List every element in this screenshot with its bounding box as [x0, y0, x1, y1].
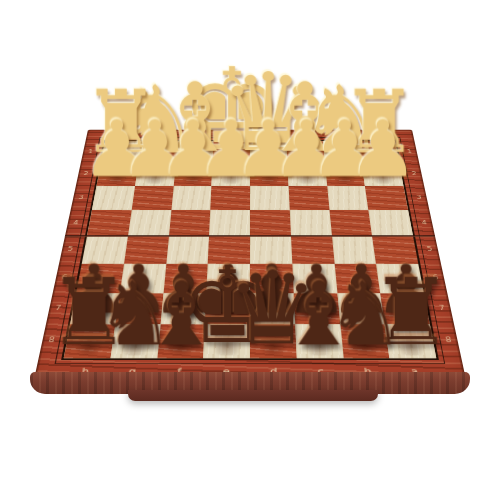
piece-black-bishop[interactable]: ♝: [142, 270, 221, 358]
square-h3[interactable]: [92, 186, 135, 210]
square-f4[interactable]: [169, 210, 211, 236]
rank-label-right-3: 3: [413, 195, 426, 200]
square-c4[interactable]: [290, 210, 332, 236]
square-b3[interactable]: [327, 186, 369, 210]
square-b4[interactable]: [329, 210, 372, 236]
square-a3[interactable]: [365, 186, 408, 210]
rank-label-left-3: 3: [75, 195, 88, 200]
square-f3[interactable]: [171, 186, 212, 210]
playfield: ♜♞♝♚♛♝♞♜♟♟♟♟♟♟♟♟♟♟♟♟♟♟♟♟♜♞♝♚♛♝♞♜: [61, 140, 439, 360]
rank-label-right-2: 2: [408, 171, 420, 176]
square-h4[interactable]: [87, 210, 131, 236]
rank-label-right-1: 1: [404, 149, 416, 154]
chess-board: ♜♞♝♚♛♝♞♜♟♟♟♟♟♟♟♟♟♟♟♟♟♟♟♟♜♞♝♚♛♝♞♜ hgfedcb…: [34, 130, 465, 378]
rank-label-left-4: 4: [69, 220, 82, 226]
square-e3[interactable]: [210, 186, 250, 210]
square-f8[interactable]: ♝: [157, 324, 205, 358]
square-g3[interactable]: [131, 186, 173, 210]
rank-label-left-2: 2: [80, 171, 92, 176]
square-b8[interactable]: ♞: [340, 324, 390, 358]
square-a4[interactable]: [369, 210, 413, 236]
square-c3[interactable]: [288, 186, 329, 210]
rank-label-left-1: 1: [85, 149, 97, 154]
piece-black-knight[interactable]: ♞: [325, 270, 404, 358]
rank-label-right-4: 4: [418, 220, 431, 226]
square-g4[interactable]: [128, 210, 171, 236]
product-photo-scene: ♜♞♝♚♛♝♞♜♟♟♟♟♟♟♟♟♟♟♟♟♟♟♟♟♜♞♝♚♛♝♞♜ hgfedcb…: [0, 0, 500, 500]
square-d3[interactable]: [250, 186, 290, 210]
square-e4[interactable]: [209, 210, 250, 236]
square-d4[interactable]: [250, 210, 291, 236]
board-case-foot: [128, 390, 378, 401]
square-a2[interactable]: ♟: [362, 163, 404, 186]
